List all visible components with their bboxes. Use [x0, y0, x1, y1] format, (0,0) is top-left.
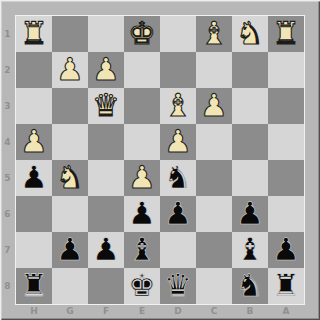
square-h8[interactable]: ♜	[16, 268, 52, 304]
square-d8[interactable]: ♛	[160, 268, 196, 304]
piece-black-rook[interactable]: ♜	[272, 268, 300, 303]
piece-black-pawn[interactable]: ♟	[272, 232, 300, 267]
piece-black-king[interactable]: ♚	[128, 268, 156, 303]
square-a6[interactable]	[268, 196, 304, 232]
square-e7[interactable]: ♝	[124, 232, 160, 268]
square-d4[interactable]: ♟	[160, 124, 196, 160]
square-e2[interactable]	[124, 52, 160, 88]
piece-white-pawn[interactable]: ♟	[200, 88, 228, 123]
piece-black-pawn[interactable]: ♟	[56, 232, 84, 267]
square-b2[interactable]	[232, 52, 268, 88]
square-f6[interactable]	[88, 196, 124, 232]
piece-black-knight[interactable]: ♞	[164, 160, 192, 195]
square-e3[interactable]	[124, 88, 160, 124]
piece-black-pawn[interactable]: ♟	[20, 160, 48, 195]
rank-label-4: 4	[0, 124, 15, 160]
piece-white-rook[interactable]: ♜	[272, 16, 300, 51]
piece-black-bishop[interactable]: ♝	[236, 232, 264, 267]
file-label-d: D	[160, 304, 196, 320]
square-e1[interactable]: ♚	[124, 16, 160, 52]
piece-black-pawn[interactable]: ♟	[92, 232, 120, 267]
square-e8[interactable]: ♚	[124, 268, 160, 304]
file-label-e: E	[124, 304, 160, 320]
piece-white-pawn[interactable]: ♟	[56, 52, 84, 87]
piece-white-pawn[interactable]: ♟	[20, 124, 48, 159]
rank-label-3: 3	[0, 88, 15, 124]
square-e6[interactable]: ♟	[124, 196, 160, 232]
square-g8[interactable]	[52, 268, 88, 304]
square-g7[interactable]: ♟	[52, 232, 88, 268]
square-b8[interactable]: ♞	[232, 268, 268, 304]
chessboard-frame: ♜♚♝♞♜♟♟♛♝♟♟♟♟♞♟♞♟♟♟♟♟♝♝♟♜♚♛♞♜ 12345678 H…	[0, 0, 320, 320]
square-c7[interactable]	[196, 232, 232, 268]
square-g1[interactable]	[52, 16, 88, 52]
square-h5[interactable]: ♟	[16, 160, 52, 196]
square-a4[interactable]	[268, 124, 304, 160]
square-h4[interactable]: ♟	[16, 124, 52, 160]
square-f5[interactable]	[88, 160, 124, 196]
chessboard: ♜♚♝♞♜♟♟♛♝♟♟♟♟♞♟♞♟♟♟♟♟♝♝♟♜♚♛♞♜	[16, 16, 304, 304]
square-f2[interactable]: ♟	[88, 52, 124, 88]
square-f1[interactable]	[88, 16, 124, 52]
rank-label-1: 1	[0, 16, 15, 52]
square-h6[interactable]	[16, 196, 52, 232]
square-d1[interactable]	[160, 16, 196, 52]
piece-white-pawn[interactable]: ♟	[92, 52, 120, 87]
file-label-b: B	[232, 304, 268, 320]
square-g2[interactable]: ♟	[52, 52, 88, 88]
square-b7[interactable]: ♝	[232, 232, 268, 268]
piece-white-bishop[interactable]: ♝	[164, 88, 192, 123]
piece-white-pawn[interactable]: ♟	[164, 124, 192, 159]
square-h1[interactable]: ♜	[16, 16, 52, 52]
piece-white-pawn[interactable]: ♟	[128, 160, 156, 195]
square-c3[interactable]: ♟	[196, 88, 232, 124]
piece-white-knight[interactable]: ♞	[236, 16, 264, 51]
square-f8[interactable]	[88, 268, 124, 304]
piece-black-knight[interactable]: ♞	[236, 268, 264, 303]
file-label-a: A	[268, 304, 304, 320]
file-label-f: F	[88, 304, 124, 320]
square-c4[interactable]	[196, 124, 232, 160]
square-f3[interactable]: ♛	[88, 88, 124, 124]
square-e4[interactable]	[124, 124, 160, 160]
piece-white-queen[interactable]: ♛	[92, 88, 120, 123]
square-c5[interactable]	[196, 160, 232, 196]
square-g6[interactable]	[52, 196, 88, 232]
square-d6[interactable]: ♟	[160, 196, 196, 232]
piece-black-rook[interactable]: ♜	[20, 268, 48, 303]
square-h7[interactable]	[16, 232, 52, 268]
piece-black-pawn[interactable]: ♟	[128, 196, 156, 231]
piece-black-bishop[interactable]: ♝	[128, 232, 156, 267]
square-a7[interactable]: ♟	[268, 232, 304, 268]
square-h2[interactable]	[16, 52, 52, 88]
rank-label-5: 5	[0, 160, 15, 196]
file-label-g: G	[52, 304, 88, 320]
square-a3[interactable]	[268, 88, 304, 124]
file-label-c: C	[196, 304, 232, 320]
square-b6[interactable]: ♟	[232, 196, 268, 232]
square-h3[interactable]	[16, 88, 52, 124]
square-d7[interactable]	[160, 232, 196, 268]
square-d2[interactable]	[160, 52, 196, 88]
square-g5[interactable]: ♞	[52, 160, 88, 196]
square-a2[interactable]	[268, 52, 304, 88]
piece-white-bishop[interactable]: ♝	[200, 16, 228, 51]
square-b5[interactable]	[232, 160, 268, 196]
square-a8[interactable]: ♜	[268, 268, 304, 304]
square-a5[interactable]	[268, 160, 304, 196]
square-b4[interactable]	[232, 124, 268, 160]
square-c8[interactable]	[196, 268, 232, 304]
rank-label-6: 6	[0, 196, 15, 232]
piece-white-rook[interactable]: ♜	[20, 16, 48, 51]
rank-label-2: 2	[0, 52, 15, 88]
rank-label-8: 8	[0, 268, 15, 304]
square-c1[interactable]: ♝	[196, 16, 232, 52]
piece-black-pawn[interactable]: ♟	[164, 196, 192, 231]
rank-label-7: 7	[0, 232, 15, 268]
piece-white-knight[interactable]: ♞	[56, 160, 84, 195]
piece-white-king[interactable]: ♚	[128, 16, 156, 51]
square-g3[interactable]	[52, 88, 88, 124]
square-b3[interactable]	[232, 88, 268, 124]
piece-black-pawn[interactable]: ♟	[236, 196, 264, 231]
square-d3[interactable]: ♝	[160, 88, 196, 124]
square-f7[interactable]: ♟	[88, 232, 124, 268]
square-e5[interactable]: ♟	[124, 160, 160, 196]
square-a1[interactable]: ♜	[268, 16, 304, 52]
square-c6[interactable]	[196, 196, 232, 232]
square-d5[interactable]: ♞	[160, 160, 196, 196]
square-b1[interactable]: ♞	[232, 16, 268, 52]
file-label-h: H	[16, 304, 52, 320]
square-g4[interactable]	[52, 124, 88, 160]
square-c2[interactable]	[196, 52, 232, 88]
square-f4[interactable]	[88, 124, 124, 160]
piece-black-queen[interactable]: ♛	[164, 268, 192, 303]
